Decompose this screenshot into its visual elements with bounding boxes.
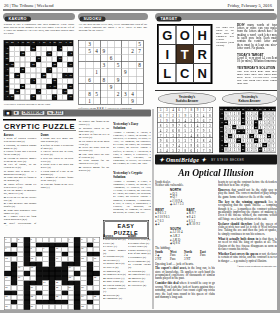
clue-text: Land measure that sounds painful (6) — [4, 202, 37, 208]
kakuro-clue-number: 8 — [256, 108, 257, 111]
clue-text: Make narrower (7) — [130, 248, 150, 251]
kakuro-clue-number: 11 — [17, 73, 19, 76]
target-letter-cell: H — [194, 26, 212, 45]
clue-text: Emphasise (8) — [106, 297, 122, 300]
crossword-clue-number: 7 — [5, 247, 6, 249]
clue-text: Consequence (7) — [131, 272, 149, 275]
sudoku-cell: 9 — [100, 48, 107, 55]
sudoku-cell — [136, 97, 143, 104]
sudoku-cell — [79, 90, 86, 97]
kakuro-clue-number: 31 — [22, 68, 25, 71]
cryptic-solution-heading: Yesterday's Cryptic Solution — [113, 171, 151, 179]
crossword-clue-number: 10 — [56, 247, 58, 249]
cryptic-solution-body: Across: 1 Strange; 5 Caste; 8 Nominate; … — [113, 180, 151, 214]
yesterdays-kakuro-answer-badge: Yesterday's Kakuro Answer — [222, 93, 277, 106]
crossword-clue-number: 30 — [81, 286, 83, 288]
sudoku-cell — [93, 97, 100, 104]
kakuro-clue-number: 3 — [260, 112, 261, 115]
crossword-clue-number: 12 — [5, 257, 7, 259]
cryptic-down-clues: Down1 Drink that will make one sink perh… — [41, 133, 74, 226]
kakuro-clue-number: 12 — [255, 139, 258, 142]
ribbon-chip: ✚ — [13, 110, 20, 115]
clue-text: Brief descriptions of different times (6… — [4, 221, 37, 226]
sudoku-cell — [129, 83, 136, 90]
sudoku-cell: 8 — [100, 76, 107, 83]
kakuro-clue-number: 12 — [22, 52, 25, 55]
answers-divider-rule — [155, 90, 277, 91]
sudoku-cell — [136, 69, 143, 76]
clue-text: A number of people found in the road (6) — [41, 176, 74, 182]
kakuro-clue-number: 23 — [11, 41, 14, 44]
sudoku-cell: 2 — [129, 48, 136, 55]
sudoku-cell — [79, 48, 86, 55]
kakuro-clue-number: 11 — [251, 135, 253, 138]
sudoku-cell — [121, 55, 128, 62]
sudoku-cell: 5 — [86, 48, 93, 55]
clue-text: It's turned up in the main event (6) — [79, 139, 110, 145]
paragraph-text: where it would be easy to go wrong. West… — [155, 282, 215, 299]
bridge-hand-south: SOUTH♠ A J 10 4♥ A K 2♦ A K Q♣ Q 8 6 — [170, 227, 215, 245]
kakuro-clue-number: 12 — [6, 79, 9, 82]
kakuro-clue-number: 10 — [6, 90, 9, 93]
clue-text: Stubborn (8) — [131, 269, 145, 272]
clue-text: Monarch (4) — [106, 269, 120, 272]
kakuro-clue-number: 5 — [222, 121, 223, 124]
kakuro-clue-number: 27 — [220, 117, 223, 120]
kakuro-cell: 2 — [271, 148, 275, 153]
kakuro-clue-number: 9 — [7, 68, 8, 71]
sudoku-cell — [121, 97, 128, 104]
crossword-clue-number: 5 — [81, 238, 82, 240]
sudoku-cell — [100, 97, 107, 104]
clue-text: Fish one found in the river bank (7) — [41, 182, 74, 188]
sudoku-cell — [114, 83, 121, 90]
target-section-bar: TARGET — [155, 13, 277, 20]
crossword-clue-number: 15 — [81, 257, 83, 259]
kakuro-clue-number: 4 — [247, 108, 248, 111]
sudoku-cell — [136, 55, 143, 62]
clue-text: Music that is made by a mountain stream … — [4, 169, 37, 175]
sudoku-cell: 4 — [129, 90, 136, 97]
sudoku-cell: 1 — [93, 69, 100, 76]
crossword-clue-number: 32 — [31, 295, 33, 297]
kakuro-clue-number: 15 — [242, 112, 245, 115]
kakuro-clue-number: 23 — [43, 73, 46, 76]
kakuro-clue-number: 7 — [65, 41, 66, 44]
sudoku-cell — [93, 62, 100, 69]
clue-text: Capital fellow has a present for the kin… — [4, 150, 37, 156]
kakuro-clue-number: 19 — [242, 148, 245, 151]
bridge-vulnerability: Neither side vulnerable. — [155, 183, 215, 186]
sudoku-cell: 7 — [136, 48, 143, 55]
sudoku-cell — [86, 83, 93, 90]
kakuro-answer-badge-line2: Kakuro Answer — [223, 99, 277, 103]
sudoku-answer-badge-line2: Sudoku Answer — [159, 99, 216, 103]
crossword-cell — [43, 262, 49, 267]
sudoku-cell — [107, 97, 114, 104]
bridge-paragraph: hearts to set up the contract before the… — [218, 180, 277, 187]
opening-lead: Opening lead — jack of hearts. — [155, 262, 215, 266]
kakuro-cell: 16 — [68, 95, 73, 100]
crossword-clue-number: 22 — [69, 276, 71, 278]
target-letter-cell: T — [176, 45, 194, 64]
todays-target-text: Good 11, very good 14, excellent 18 (or … — [237, 56, 277, 63]
clue-text: Midday meal (8) — [106, 262, 124, 265]
sudoku-cell — [79, 76, 86, 83]
sudoku-cell — [129, 62, 136, 69]
target-label: TARGET — [157, 17, 182, 22]
kakuro-clue-number: 21 — [250, 108, 253, 111]
crossword-clue-number: 18 — [31, 267, 33, 269]
clue-text: Hosiery (6) — [131, 279, 143, 282]
bridge-left-paragraphs: The expert's chief asset, in the long ru… — [155, 267, 215, 299]
crossword-cell — [93, 266, 99, 271]
kakuro-clue-number: 27 — [6, 52, 9, 55]
crossword-clue-number: 26 — [5, 286, 7, 288]
sudoku-cell — [129, 41, 136, 48]
sudoku-label: SUDOKU — [80, 17, 106, 22]
crossword-clue-number: 3 — [31, 238, 32, 240]
crossword-ribbon: ▦✚CROSSWORD№ 28,312 — [3, 110, 151, 117]
cryptic-down-clues-continued: 14 Vehicle one found in the capital (7)1… — [79, 120, 110, 215]
kakuro-clue-number: 16 — [69, 63, 72, 66]
bridge-hand-west: WEST♠ 9 6 5 2♥ J 10 9 6 5♦ 7 6 3♣ 4 — [155, 207, 184, 226]
cryptic-puzzle-heading: CRYPTIC PUZZLE — [3, 119, 76, 131]
kakuro-clue-number: 30 — [27, 41, 30, 44]
clue-text: Utter nonsense (8) — [130, 259, 150, 262]
kakuro-clue-number: 28 — [225, 144, 228, 147]
sudoku-answer-grid: 5346789126721953481983425678597614234268… — [157, 107, 213, 153]
clue-text: Keep an eye on the cricket side (4) — [4, 195, 37, 201]
crossword-clue-number: 33 — [56, 295, 58, 297]
bridge-article-title: An Optical Illusion — [155, 167, 277, 178]
paragraph-text: lies in recognizing that the spade fines… — [218, 200, 277, 220]
sudoku-cell — [100, 41, 107, 48]
sudoku-cell — [100, 55, 107, 62]
crossword-cell — [43, 295, 49, 300]
crossword-clue-number: 25 — [56, 281, 58, 283]
clue-text: Measure taken by the high court (8) — [79, 126, 110, 132]
kakuro-clue-number: 13 — [6, 73, 9, 76]
kakuro-clue-number: 28 — [54, 79, 57, 82]
crossword-clue-number: 14 — [56, 257, 58, 259]
clue-text: A simple clue's the form which happened … — [4, 215, 37, 221]
crossword-clue-number: 11 — [81, 247, 83, 249]
clue-text: Beast of burden returned with an old coi… — [4, 137, 37, 143]
target-rules-column: HOW many words of four letters or more c… — [237, 23, 277, 84]
kakuro-clue-number: 7 — [269, 108, 270, 111]
clue-text: Free of charge, as the French art is (8) — [4, 163, 37, 169]
clue-text: Wading bird (5) — [106, 255, 123, 258]
crossword-clue-number: 17 — [18, 267, 20, 269]
sudoku-cell — [107, 76, 114, 83]
crossword-clue-number: 36 — [5, 305, 7, 307]
sudoku-cell — [100, 69, 107, 76]
sudoku-cell: 5 — [136, 41, 143, 48]
crossword-cell — [30, 276, 36, 281]
crossword-cell — [17, 305, 23, 310]
crossword-clue-number: 37 — [31, 305, 33, 307]
kakuro-clue-number: 26 — [6, 63, 9, 66]
sudoku-cell — [100, 83, 107, 90]
sudoku-cell: 4 — [93, 48, 100, 55]
crossword-cell — [55, 262, 61, 267]
kakuro-clue-number: 6 — [222, 139, 223, 142]
clue-item: 26 Spirited mount for the general (5) — [79, 166, 110, 172]
crossword-clue-number: 28 — [56, 286, 58, 288]
target-letter-cell: G — [159, 26, 177, 45]
kakuro-clue-number: 19 — [259, 117, 262, 120]
crossword-clue-number: 29 — [69, 286, 71, 288]
bridge-paragraph: Whether East covers the queen or not, de… — [218, 252, 277, 262]
sudoku-cell — [93, 55, 100, 62]
sudoku-cell — [107, 41, 114, 48]
clue-text: Catch sight of a spy in the grounds (6) — [41, 169, 74, 175]
target-letter-grid: GOHITRLCN — [157, 24, 213, 84]
clue-text: Impartial (6) — [131, 276, 145, 279]
bridge-left-column: South dealer. Neither side vulnerable. N… — [155, 180, 215, 309]
bidding-table: SouthWestNorthEast2 ♣Pass2 ♦Pass2 NTPass… — [155, 249, 215, 260]
kakuro-clue-number: 17 — [69, 73, 72, 76]
kakuro-clue-number: 6 — [65, 73, 66, 76]
kakuro-clue-number: 16 — [69, 95, 72, 98]
sudoku-cell: 9 — [129, 97, 136, 104]
clue-item: 27 Emphasise (8) — [103, 297, 126, 300]
kakuro-clue-number: 10 — [38, 57, 41, 60]
bridge-right-column: hearts to set up the contract before the… — [218, 180, 277, 309]
kakuro-clue-number: 20 — [32, 63, 35, 66]
crossword-clue-number: 4 — [69, 238, 70, 240]
clue-text: Without equal (6) — [130, 241, 149, 244]
header-rule — [3, 10, 274, 11]
crossword-clue-number: 38 — [81, 305, 83, 307]
kakuro-clue-number: 29 — [54, 41, 57, 44]
kakuro-clue-number: 23 — [225, 108, 228, 111]
sudoku-cell — [79, 55, 86, 62]
kakuro-clue-number: 12 — [242, 117, 245, 120]
kakuro-clue-number: 19 — [48, 52, 51, 55]
crossword-clue-number: 6 — [94, 238, 95, 240]
bridge-header-bar: ✦ OmniBridge ✦ BY STEVE BECKER — [155, 155, 277, 165]
kakuro-clue-number: 17 — [6, 41, 9, 44]
kakuro-intro: Kakuro is like a crossword that uses num… — [4, 22, 75, 39]
crossword-clue-number: 13 — [31, 257, 33, 259]
crossword-cell — [5, 266, 11, 271]
sudoku-cell — [79, 69, 86, 76]
kakuro-clue-number: 22 — [225, 121, 228, 124]
crossword-cell — [93, 247, 99, 252]
crossword-clue-number: 31 — [5, 295, 7, 297]
kakuro-clue-number: 34 — [16, 90, 19, 93]
sudoku-cell: 5 — [114, 62, 121, 69]
yesterdays-easy-solution: Yesterday's Easy Solution Across: 1 Pott… — [113, 122, 151, 169]
clue-text: Where to find the key to the cellar (8) — [79, 133, 110, 139]
clue-text: Settle the score with the old sailor (6) — [79, 146, 110, 152]
bridge-hand-east: EAST♠ K 8 7♥ 8 4 3♦ 8 5 2♣ K 10 9 2 — [187, 207, 216, 226]
bid-cell: Pass — [170, 257, 184, 261]
clue-text: Grow larger (8) — [130, 245, 147, 248]
kakuro-clue-number: 19 — [54, 84, 57, 87]
bridge-paragraph: The expert's chief asset, in the long ru… — [155, 267, 215, 281]
clue-text: Restless (4) — [106, 293, 119, 296]
bid-cell — [200, 257, 213, 261]
clue-text: Hideaway (4) — [131, 283, 146, 286]
clue-text: Domestic help (8) — [106, 272, 125, 275]
bridge-right-paragraphs: hearts to set up the contract before the… — [218, 180, 277, 262]
kakuro-clue-number: 29 — [11, 95, 14, 98]
sudoku-cell — [114, 48, 121, 55]
sudoku-cell — [86, 69, 93, 76]
sudoku-cell — [79, 83, 86, 90]
kakuro-clue-number: 30 — [238, 108, 241, 111]
sudoku-cell — [136, 83, 143, 90]
crossword-clue-number: 27 — [31, 286, 33, 288]
sudoku-cell: 5 — [93, 90, 100, 97]
kakuro-clue-number: 8 — [222, 144, 223, 147]
sudoku-cell — [114, 69, 121, 76]
easy-down-clues: Down1 Opera by Verdi (4)2 Without equal … — [128, 234, 151, 309]
sudoku-cell: 9 — [114, 76, 121, 83]
kakuro-section-bar: KAKURO — [3, 13, 75, 20]
bridge-byline: BY STEVE BECKER — [211, 158, 244, 162]
kakuro-clue-number: 4 — [50, 84, 51, 87]
sudoku-cell — [79, 41, 86, 48]
target-letter-cell: I — [159, 45, 177, 64]
sudoku-cell — [86, 55, 93, 62]
kakuro-clue-number: 16 — [238, 130, 241, 133]
clue-text: One who takes the part of a parent (6) — [79, 152, 110, 158]
kakuro-label: KAKURO — [5, 17, 31, 22]
kakuro-clue-number: 20 — [255, 126, 258, 129]
sudoku-cell — [79, 62, 86, 69]
sudoku-cell: 2 — [114, 90, 121, 97]
sudoku-grid: 355492763581968998523419 — [78, 40, 144, 105]
target-rules: HOW many words of four letters or more c… — [237, 23, 277, 49]
page-date: Friday, February 5, 2016 — [227, 3, 272, 8]
kakuro-clue-number: 21 — [263, 144, 266, 147]
clue-text: Sailor with a hat that's not heavy (8) — [41, 163, 74, 169]
sudoku-cell: 3 — [121, 90, 128, 97]
kakuro-clue-number: 7 — [7, 95, 8, 98]
kakuro-clue-number: 15 — [242, 144, 245, 147]
clue-text: Spirited mount for the general (5) — [79, 165, 110, 171]
yesterdays-sudoku-answer-badge: Yesterday's Sudoku Answer — [158, 93, 216, 106]
sudoku-cell: 9 — [107, 83, 114, 90]
target-letter-cell: O — [176, 26, 194, 45]
hand-suit-line: ♣ A J 7 5 3 — [170, 202, 215, 206]
kakuro-clue-number: 14 — [64, 90, 67, 93]
bridge-paragraph: What it actually boils down to is that t… — [218, 237, 277, 251]
sudoku-cell: 8 — [86, 90, 93, 97]
sudoku-cell — [107, 69, 114, 76]
kakuro-clue-number: 29 — [259, 108, 262, 111]
page-folio: 26 | The Tribune | Weekend — [4, 3, 53, 8]
crossword-cell — [93, 305, 99, 310]
kakuro-clue-number: 14 — [59, 57, 62, 60]
kakuro-clue-number: 9 — [243, 130, 244, 133]
kakuro-clue-number: 18 — [233, 126, 236, 129]
sudoku-cell — [136, 90, 143, 97]
sudoku-cell — [129, 76, 136, 83]
kakuro-clue-number: 24 — [69, 41, 72, 44]
sudoku-cell: 6 — [86, 76, 93, 83]
ribbon-chip: № 28,312 — [47, 110, 64, 115]
kakuro-clue-number: 11 — [242, 108, 244, 111]
clue-text: Pace (4) — [105, 241, 114, 244]
easy-solution-heading: Yesterday's Easy Solution — [113, 122, 151, 130]
target-letter-cell: R — [194, 45, 212, 64]
kakuro-clue-number: 21 — [43, 41, 46, 44]
sudoku-cell — [107, 48, 114, 55]
clue-item: 21 Hideaway (4) — [128, 284, 151, 287]
sudoku-cell: 3 — [100, 62, 107, 69]
kakuro-clue-number: 31 — [259, 130, 262, 133]
clue-text: Violent storm (5) — [106, 283, 125, 286]
kakuro-clue-number: 7 — [222, 135, 223, 138]
kakuro-clue-number: 8 — [50, 41, 51, 44]
kakuro-clue-number: 13 — [59, 41, 62, 44]
clue-text: Stick around for the church service (6) — [79, 159, 110, 165]
kakuro-clue-number: 9 — [18, 41, 19, 44]
sudoku-cell — [93, 76, 100, 83]
crossword-clue-number: 8 — [31, 247, 32, 249]
sudoku-intro: Fill the grid so that every row, every c… — [79, 22, 148, 39]
bridge-paragraph: The key to the winning approach lies in … — [218, 200, 277, 220]
crossword-clue-number: 1 — [5, 238, 6, 240]
kakuro-clue-number: 14 — [255, 121, 258, 124]
sudoku-cell — [107, 90, 114, 97]
sudoku-section-bar: SUDOKU — [78, 13, 148, 20]
sudoku-cell — [121, 41, 128, 48]
kakuro-clue-number: 11 — [33, 95, 35, 98]
kakuro-clue-number: 7 — [50, 68, 51, 71]
kakuro-answer-grid: 1723916301142182913724697181552433162785… — [219, 107, 276, 153]
clue-text: Diplomacy (8) — [130, 255, 146, 258]
kakuro-clue-number: 18 — [11, 63, 14, 66]
kakuro-clue-number: 24 — [259, 148, 262, 151]
crossword-grid: 1234567891011121314151617181920212223242… — [4, 237, 100, 310]
clue-text: They're given out in class, we hear (6) — [41, 150, 74, 156]
kakuro-clue-number: 26 — [220, 126, 223, 129]
kakuro-clue-number: 3 — [60, 46, 61, 49]
kakuro-clue-number: 9 — [230, 108, 231, 111]
sudoku-cell — [121, 62, 128, 69]
newspaper-page: 26 | The Tribune | Weekend Friday, Febru… — [0, 0, 277, 310]
clue-text: Ship's officer taking tea with relative … — [4, 182, 37, 188]
crossword-clue-number: 16 — [94, 257, 96, 259]
kakuro-grid: 1723916301142182913724615327121952210142… — [4, 40, 74, 101]
crossword-clue-number: 2 — [18, 238, 19, 240]
clue-text: Benevolent gift (8) — [105, 238, 126, 241]
sudoku-cell — [100, 90, 107, 97]
kakuro-clue-number: 13 — [263, 108, 266, 111]
target-letter-cell: N — [194, 64, 212, 83]
kakuro-clue-number: 15 — [32, 46, 35, 49]
kakuro-clue-number: 10 — [242, 121, 245, 124]
yesterdays-cryptic-solution: Yesterday's Cryptic Solution Across: 1 S… — [113, 171, 151, 217]
crossword-clue-number: 9 — [43, 247, 44, 249]
target-letter-cell: L — [159, 64, 177, 83]
kakuro-clue-number: 24 — [272, 108, 275, 111]
omnibridge-logo: ✦ OmniBridge ✦ — [159, 155, 206, 164]
paragraph-text: hearts to set up the contract before the… — [218, 180, 277, 186]
sudoku-cell — [129, 69, 136, 76]
clue-text: More senior (5) — [106, 279, 123, 282]
kakuro-clue-number: 6 — [55, 95, 56, 98]
bridge-hand-north: NORTH♠ Q 3♥ Q 7♦ J 10 9 4♣ A J 7 5 3 — [170, 188, 215, 206]
hand-suit-line: ♣ Q 8 6 — [170, 241, 215, 245]
kakuro-caption: Yesterday's Kakuro solution is on the ri… — [4, 102, 75, 105]
